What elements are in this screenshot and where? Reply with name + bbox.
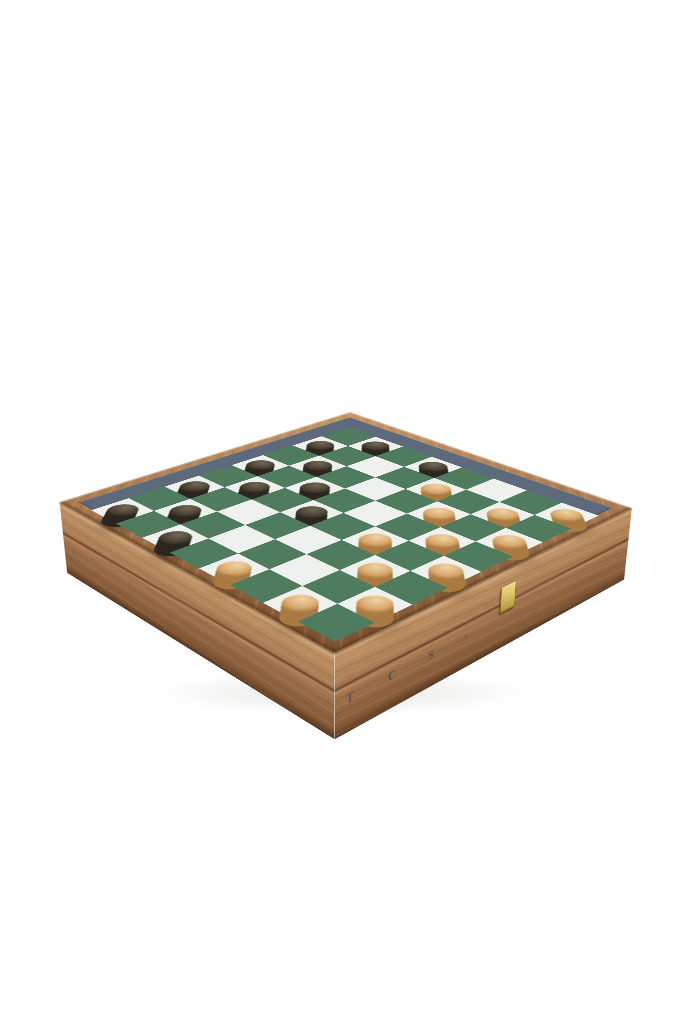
brass-clasp-icon [500, 580, 517, 614]
square [342, 526, 409, 555]
checker-light [351, 530, 398, 550]
checker-light [544, 506, 589, 524]
square [310, 513, 375, 540]
square [181, 512, 246, 539]
square [375, 541, 444, 571]
square [407, 501, 471, 527]
game-box: T C S · [60, 412, 632, 653]
square [534, 503, 598, 529]
square [298, 604, 375, 642]
square [338, 587, 413, 623]
checker-dark [289, 504, 334, 522]
square [306, 540, 375, 570]
square [263, 586, 338, 622]
checker-light [421, 560, 471, 583]
square [440, 514, 505, 541]
square [410, 556, 481, 588]
square [208, 525, 275, 553]
checker-light [274, 591, 327, 616]
checker-light [416, 505, 461, 523]
square [116, 511, 181, 538]
checker-dark [100, 502, 145, 520]
product-photo: T C S · [0, 0, 683, 1024]
square [269, 554, 339, 586]
square [230, 569, 302, 603]
square [238, 539, 306, 569]
checker-light [480, 506, 525, 524]
checker-light [418, 531, 466, 551]
checker-light [350, 559, 400, 582]
square [506, 515, 572, 542]
square [142, 524, 208, 552]
square [245, 512, 310, 539]
square [471, 502, 535, 528]
checker-dark [163, 502, 208, 520]
square [444, 541, 513, 571]
checker-light [209, 558, 259, 580]
square [170, 538, 238, 568]
checker-dark [152, 528, 199, 548]
square [340, 555, 411, 587]
square [199, 553, 269, 585]
checker-light [485, 532, 533, 552]
square [409, 527, 476, 556]
square [375, 514, 440, 541]
square [302, 570, 375, 604]
checker-light [348, 592, 401, 617]
square [476, 528, 543, 557]
square [275, 526, 342, 554]
square [375, 571, 448, 605]
